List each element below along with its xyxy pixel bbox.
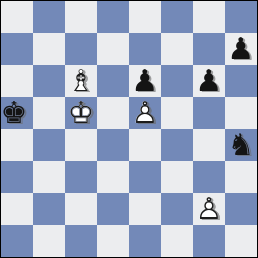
square-d7[interactable] bbox=[97, 33, 129, 65]
square-g1[interactable] bbox=[193, 225, 225, 257]
white-king-outline-glyph: ♔ bbox=[65, 97, 97, 129]
white-bishop-outline-glyph: ♗ bbox=[65, 65, 97, 97]
piece-black-king-a5[interactable]: ♚ bbox=[0, 97, 30, 129]
square-e7[interactable] bbox=[129, 33, 161, 65]
square-f1[interactable] bbox=[161, 225, 193, 257]
black-king-glyph: ♚ bbox=[0, 97, 30, 129]
square-b4[interactable] bbox=[33, 129, 65, 161]
square-f5[interactable] bbox=[161, 97, 193, 129]
chess-board: ♟♝♗♟♟♚♚♔♟♙♞♟♙ bbox=[1, 1, 257, 257]
square-g5[interactable] bbox=[193, 97, 225, 129]
square-e8[interactable] bbox=[129, 1, 161, 33]
square-f4[interactable] bbox=[161, 129, 193, 161]
square-b3[interactable] bbox=[33, 161, 65, 193]
square-g3[interactable] bbox=[193, 161, 225, 193]
square-e4[interactable] bbox=[129, 129, 161, 161]
square-h2[interactable] bbox=[225, 193, 257, 225]
square-a8[interactable] bbox=[1, 1, 33, 33]
black-pawn-glyph: ♟ bbox=[193, 65, 225, 97]
square-c3[interactable] bbox=[65, 161, 97, 193]
square-h8[interactable] bbox=[225, 1, 257, 33]
square-c1[interactable] bbox=[65, 225, 97, 257]
black-knight-glyph: ♞ bbox=[225, 129, 257, 161]
square-b8[interactable] bbox=[33, 1, 65, 33]
square-g2[interactable]: ♟♙ bbox=[193, 193, 225, 225]
square-c5[interactable]: ♚♔ bbox=[65, 97, 97, 129]
square-a3[interactable] bbox=[1, 161, 33, 193]
white-pawn-outline-glyph: ♙ bbox=[193, 193, 225, 225]
piece-black-pawn-g6[interactable]: ♟ bbox=[193, 65, 225, 97]
square-b7[interactable] bbox=[33, 33, 65, 65]
black-pawn-glyph: ♟ bbox=[129, 65, 161, 97]
square-d3[interactable] bbox=[97, 161, 129, 193]
square-d8[interactable] bbox=[97, 1, 129, 33]
square-c8[interactable] bbox=[65, 1, 97, 33]
square-e6[interactable]: ♟ bbox=[129, 65, 161, 97]
square-a1[interactable] bbox=[1, 225, 33, 257]
piece-white-pawn-e5[interactable]: ♟♙ bbox=[129, 97, 161, 129]
square-b1[interactable] bbox=[33, 225, 65, 257]
square-e3[interactable] bbox=[129, 161, 161, 193]
square-b6[interactable] bbox=[33, 65, 65, 97]
piece-white-bishop-c6[interactable]: ♝♗ bbox=[65, 65, 97, 97]
square-h6[interactable] bbox=[225, 65, 257, 97]
piece-black-pawn-e6[interactable]: ♟ bbox=[129, 65, 161, 97]
square-d4[interactable] bbox=[97, 129, 129, 161]
piece-black-pawn-h7[interactable]: ♟ bbox=[225, 33, 257, 65]
piece-white-king-c5[interactable]: ♚♔ bbox=[65, 97, 97, 129]
square-f6[interactable] bbox=[161, 65, 193, 97]
square-g4[interactable] bbox=[193, 129, 225, 161]
square-c6[interactable]: ♝♗ bbox=[65, 65, 97, 97]
chess-board-frame: ♟♝♗♟♟♚♚♔♟♙♞♟♙ bbox=[0, 0, 258, 258]
square-h4[interactable]: ♞ bbox=[225, 129, 257, 161]
square-h5[interactable] bbox=[225, 97, 257, 129]
square-b5[interactable] bbox=[33, 97, 65, 129]
square-h1[interactable] bbox=[225, 225, 257, 257]
square-d5[interactable] bbox=[97, 97, 129, 129]
square-g6[interactable]: ♟ bbox=[193, 65, 225, 97]
white-pawn-outline-glyph: ♙ bbox=[129, 97, 161, 129]
square-a4[interactable] bbox=[1, 129, 33, 161]
square-c7[interactable] bbox=[65, 33, 97, 65]
square-g7[interactable] bbox=[193, 33, 225, 65]
square-e1[interactable] bbox=[129, 225, 161, 257]
square-f7[interactable] bbox=[161, 33, 193, 65]
square-h3[interactable] bbox=[225, 161, 257, 193]
piece-white-pawn-g2[interactable]: ♟♙ bbox=[193, 193, 225, 225]
square-f2[interactable] bbox=[161, 193, 193, 225]
square-a6[interactable] bbox=[1, 65, 33, 97]
square-e2[interactable] bbox=[129, 193, 161, 225]
black-pawn-glyph: ♟ bbox=[225, 33, 257, 65]
square-d1[interactable] bbox=[97, 225, 129, 257]
square-a5[interactable]: ♚ bbox=[1, 97, 33, 129]
square-e5[interactable]: ♟♙ bbox=[129, 97, 161, 129]
square-c4[interactable] bbox=[65, 129, 97, 161]
square-g8[interactable] bbox=[193, 1, 225, 33]
square-h7[interactable]: ♟ bbox=[225, 33, 257, 65]
piece-black-knight-h4[interactable]: ♞ bbox=[225, 129, 257, 161]
square-f8[interactable] bbox=[161, 1, 193, 33]
square-c2[interactable] bbox=[65, 193, 97, 225]
square-a2[interactable] bbox=[1, 193, 33, 225]
square-f3[interactable] bbox=[161, 161, 193, 193]
square-a7[interactable] bbox=[1, 33, 33, 65]
square-d2[interactable] bbox=[97, 193, 129, 225]
square-b2[interactable] bbox=[33, 193, 65, 225]
square-d6[interactable] bbox=[97, 65, 129, 97]
